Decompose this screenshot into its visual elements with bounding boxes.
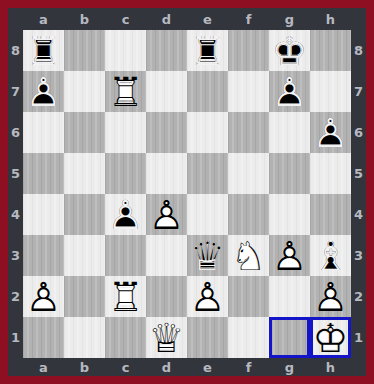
square-c4[interactable]: ♟♙ — [105, 194, 146, 235]
square-b2[interactable] — [64, 276, 105, 317]
piece-white-pawn: ♟♙ — [187, 276, 228, 317]
square-b1[interactable] — [64, 317, 105, 358]
square-c3[interactable] — [105, 235, 146, 276]
square-e4[interactable] — [187, 194, 228, 235]
square-d3[interactable] — [146, 235, 187, 276]
square-f5[interactable] — [228, 153, 269, 194]
piece-white-knight: ♞♘ — [228, 235, 269, 276]
rank-labels-right: 87654321 — [351, 30, 366, 358]
square-d8[interactable] — [146, 30, 187, 71]
rank-label-4: 4 — [351, 194, 366, 235]
file-label-b: b — [64, 358, 105, 376]
square-a4[interactable] — [23, 194, 64, 235]
square-d7[interactable] — [146, 71, 187, 112]
square-d2[interactable] — [146, 276, 187, 317]
piece-white-pawn: ♟♙ — [146, 194, 187, 235]
rank-label-8: 8 — [351, 30, 366, 71]
file-label-a: a — [23, 358, 64, 376]
square-b8[interactable] — [64, 30, 105, 71]
piece-black-queen: ♛♕ — [187, 235, 228, 276]
piece-black-bishop: ♝♗ — [310, 235, 351, 276]
square-a1[interactable] — [23, 317, 64, 358]
square-e7[interactable] — [187, 71, 228, 112]
square-f7[interactable] — [228, 71, 269, 112]
rank-label-6: 6 — [351, 112, 366, 153]
rank-label-4: 4 — [8, 194, 23, 235]
square-b5[interactable] — [64, 153, 105, 194]
square-e8[interactable]: ♜♖ — [187, 30, 228, 71]
square-h8[interactable] — [310, 30, 351, 71]
piece-white-pawn: ♟♙ — [310, 276, 351, 317]
chess-board: ♜♖♜♖♚♔♟♙♜♖♟♙♟♙♟♙♟♙♛♕♞♘♟♙♝♗♟♙♜♖♟♙♟♙♛♕♚♔ — [23, 30, 351, 358]
square-b3[interactable] — [64, 235, 105, 276]
square-h7[interactable] — [310, 71, 351, 112]
square-h5[interactable] — [310, 153, 351, 194]
rank-label-1: 1 — [351, 317, 366, 358]
square-f1[interactable] — [228, 317, 269, 358]
square-g6[interactable] — [269, 112, 310, 153]
square-b4[interactable] — [64, 194, 105, 235]
file-label-c: c — [105, 358, 146, 376]
file-label-g: g — [269, 8, 310, 30]
file-label-h: h — [310, 358, 351, 376]
square-a8[interactable]: ♜♖ — [23, 30, 64, 71]
file-labels-top: abcdefgh — [23, 8, 351, 30]
rank-label-7: 7 — [351, 71, 366, 112]
square-a2[interactable]: ♟♙ — [23, 276, 64, 317]
square-f3[interactable]: ♞♘ — [228, 235, 269, 276]
square-c1[interactable] — [105, 317, 146, 358]
square-g4[interactable] — [269, 194, 310, 235]
square-h3[interactable]: ♝♗ — [310, 235, 351, 276]
file-label-d: d — [146, 8, 187, 30]
square-b6[interactable] — [64, 112, 105, 153]
rank-label-8: 8 — [8, 30, 23, 71]
chessboard-frame: abcdefgh 87654321 ♜♖♜♖♚♔♟♙♜♖♟♙♟♙♟♙♟♙♛♕♞♘… — [0, 0, 374, 384]
square-h4[interactable] — [310, 194, 351, 235]
rank-label-2: 2 — [8, 276, 23, 317]
square-d5[interactable] — [146, 153, 187, 194]
file-labels-bottom: abcdefgh — [23, 358, 351, 376]
piece-white-king: ♚♔ — [310, 317, 351, 358]
file-label-c: c — [105, 8, 146, 30]
square-h1[interactable]: ♚♔ — [310, 317, 351, 358]
square-g3[interactable]: ♟♙ — [269, 235, 310, 276]
piece-white-rook: ♜♖ — [105, 276, 146, 317]
piece-black-rook: ♜♖ — [187, 30, 228, 71]
square-a5[interactable] — [23, 153, 64, 194]
rank-label-3: 3 — [8, 235, 23, 276]
file-label-a: a — [23, 8, 64, 30]
square-e1[interactable] — [187, 317, 228, 358]
rank-label-5: 5 — [8, 153, 23, 194]
piece-black-rook: ♜♖ — [23, 30, 64, 71]
square-f2[interactable] — [228, 276, 269, 317]
file-label-e: e — [187, 8, 228, 30]
square-c5[interactable] — [105, 153, 146, 194]
piece-black-pawn: ♟♙ — [269, 71, 310, 112]
rank-label-5: 5 — [351, 153, 366, 194]
square-g8[interactable]: ♚♔ — [269, 30, 310, 71]
rank-labels-left: 87654321 — [8, 30, 23, 358]
file-label-f: f — [228, 358, 269, 376]
piece-white-pawn: ♟♙ — [23, 276, 64, 317]
piece-black-pawn: ♟♙ — [23, 71, 64, 112]
piece-black-king: ♚♔ — [269, 30, 310, 71]
piece-white-rook: ♜♖ — [105, 71, 146, 112]
square-d1[interactable]: ♛♕ — [146, 317, 187, 358]
square-g7[interactable]: ♟♙ — [269, 71, 310, 112]
square-g5[interactable] — [269, 153, 310, 194]
square-c8[interactable] — [105, 30, 146, 71]
square-d6[interactable] — [146, 112, 187, 153]
rank-label-2: 2 — [351, 276, 366, 317]
rank-label-6: 6 — [8, 112, 23, 153]
file-label-d: d — [146, 358, 187, 376]
file-label-h: h — [310, 8, 351, 30]
square-a6[interactable] — [23, 112, 64, 153]
square-g1[interactable] — [269, 317, 310, 358]
chessboard-inner: abcdefgh 87654321 ♜♖♜♖♚♔♟♙♜♖♟♙♟♙♟♙♟♙♛♕♞♘… — [8, 8, 366, 376]
square-e3[interactable]: ♛♕ — [187, 235, 228, 276]
square-e2[interactable]: ♟♙ — [187, 276, 228, 317]
file-label-g: g — [269, 358, 310, 376]
rank-label-1: 1 — [8, 317, 23, 358]
piece-black-pawn: ♟♙ — [105, 194, 146, 235]
piece-white-pawn: ♟♙ — [269, 235, 310, 276]
square-f6[interactable] — [228, 112, 269, 153]
square-e5[interactable] — [187, 153, 228, 194]
square-c2[interactable]: ♜♖ — [105, 276, 146, 317]
square-h6[interactable]: ♟♙ — [310, 112, 351, 153]
rank-label-7: 7 — [8, 71, 23, 112]
file-label-f: f — [228, 8, 269, 30]
square-c7[interactable]: ♜♖ — [105, 71, 146, 112]
square-a7[interactable]: ♟♙ — [23, 71, 64, 112]
square-d4[interactable]: ♟♙ — [146, 194, 187, 235]
square-b7[interactable] — [64, 71, 105, 112]
square-f8[interactable] — [228, 30, 269, 71]
square-h2[interactable]: ♟♙ — [310, 276, 351, 317]
square-c6[interactable] — [105, 112, 146, 153]
file-label-b: b — [64, 8, 105, 30]
square-e6[interactable] — [187, 112, 228, 153]
rank-label-3: 3 — [351, 235, 366, 276]
square-f4[interactable] — [228, 194, 269, 235]
piece-black-pawn: ♟♙ — [310, 112, 351, 153]
piece-white-queen: ♛♕ — [146, 317, 187, 358]
square-a3[interactable] — [23, 235, 64, 276]
square-g2[interactable] — [269, 276, 310, 317]
file-label-e: e — [187, 358, 228, 376]
